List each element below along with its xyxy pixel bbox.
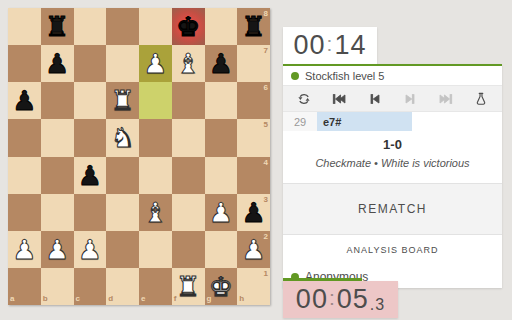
rematch-button[interactable]: REMATCH [283, 183, 502, 234]
clock-colon: : [328, 286, 337, 310]
previous-move-button[interactable] [364, 90, 386, 108]
piece-white-rook[interactable]: ♜ [172, 268, 205, 305]
chess-game-screen: ♜♚♜8♟♟♝♟7♟♜6♞5♟4♝♟♟3♟♟♟♟2abcde♜f♚gh1 00:… [0, 0, 512, 320]
analysis-board-button[interactable]: ANALYSIS BOARD [283, 234, 502, 265]
square-b7[interactable]: ♟ [41, 45, 74, 82]
opponent-clock-seconds: 14 [334, 30, 366, 61]
square-h1[interactable]: h1 [237, 268, 270, 305]
move-number: 29 [283, 112, 317, 131]
opponent-clock: 00:14 [283, 27, 377, 64]
file-label-g: g [207, 295, 212, 303]
clock-colon: : [326, 32, 335, 56]
result-block: 1-0 Checkmate • White is victorious [283, 137, 502, 183]
piece-white-pawn[interactable]: ♟ [205, 194, 238, 231]
square-f7[interactable]: ♝ [172, 45, 205, 82]
square-e3[interactable]: ♝ [139, 194, 172, 231]
square-h5[interactable]: 5 [237, 119, 270, 156]
square-b8[interactable]: ♜ [41, 8, 74, 45]
move-list: 29e7# [283, 112, 502, 131]
player-clock-seconds: 05 [337, 284, 369, 315]
player-clock: 00:05.3 [283, 281, 398, 318]
square-h4[interactable]: 4 [237, 157, 270, 194]
square-f2[interactable] [172, 231, 205, 268]
file-label-h: h [239, 295, 244, 303]
square-f8[interactable]: ♚ [172, 8, 205, 45]
square-g1[interactable]: ♚g [205, 268, 238, 305]
square-c5[interactable] [74, 119, 107, 156]
piece-white-pawn[interactable]: ♟ [41, 231, 74, 268]
square-g2[interactable] [205, 231, 238, 268]
square-a8[interactable] [8, 8, 41, 45]
square-h2[interactable]: ♟2 [237, 231, 270, 268]
piece-black-king[interactable]: ♚ [172, 8, 205, 45]
square-f6[interactable] [172, 82, 205, 119]
result-description: Checkmate • White is victorious [283, 157, 502, 169]
square-d2[interactable] [106, 231, 139, 268]
player-clock-minutes: 00 [296, 284, 328, 315]
file-label-c: c [76, 295, 80, 303]
square-e1[interactable]: e [139, 268, 172, 305]
square-e5[interactable] [139, 119, 172, 156]
file-label-d: d [108, 295, 113, 303]
player-clock-tenths: .3 [370, 296, 385, 314]
file-label-f: f [174, 295, 177, 303]
analysis-flask-button[interactable] [470, 90, 492, 108]
piece-white-rook[interactable]: ♜ [106, 82, 139, 119]
square-a6[interactable]: ♟ [8, 82, 41, 119]
square-h8[interactable]: ♜8 [237, 8, 270, 45]
square-c2[interactable]: ♟ [74, 231, 107, 268]
square-d3[interactable] [106, 194, 139, 231]
square-d1[interactable]: d [106, 268, 139, 305]
engine-row: Stockfish level 5 [283, 66, 502, 85]
square-h6[interactable]: 6 [237, 82, 270, 119]
square-c7[interactable] [74, 45, 107, 82]
rank-label-5: 5 [264, 121, 268, 129]
square-g8[interactable] [205, 8, 238, 45]
square-d4[interactable] [106, 157, 139, 194]
piece-white-knight[interactable]: ♞ [106, 119, 139, 156]
square-c6[interactable] [74, 82, 107, 119]
rank-label-3: 3 [264, 196, 268, 204]
move-black[interactable] [412, 112, 502, 131]
piece-white-bishop[interactable]: ♝ [139, 194, 172, 231]
online-indicator-icon [291, 72, 299, 80]
move-controls [283, 85, 502, 112]
square-b5[interactable] [41, 119, 74, 156]
last-move-button[interactable] [435, 90, 457, 108]
square-e6[interactable] [139, 82, 172, 119]
square-d8[interactable] [106, 8, 139, 45]
square-g3[interactable]: ♟ [205, 194, 238, 231]
rank-label-2: 2 [264, 233, 268, 241]
square-c8[interactable] [74, 8, 107, 45]
square-f1[interactable]: ♜f [172, 268, 205, 305]
square-d6[interactable]: ♜ [106, 82, 139, 119]
game-panel: Stockfish level 5 29e7# 1-0 Checkmate • … [283, 64, 502, 288]
square-b1[interactable]: b [41, 268, 74, 305]
square-f5[interactable] [172, 119, 205, 156]
square-g7[interactable]: ♟ [205, 45, 238, 82]
file-label-b: b [43, 295, 48, 303]
square-a5[interactable] [8, 119, 41, 156]
square-a2[interactable]: ♟ [8, 231, 41, 268]
rank-label-1: 1 [264, 270, 268, 278]
square-e7[interactable]: ♟ [139, 45, 172, 82]
square-c4[interactable]: ♟ [74, 157, 107, 194]
move-row: 29e7# [283, 112, 502, 131]
flip-board-button[interactable] [293, 90, 315, 108]
piece-black-pawn[interactable]: ♟ [74, 157, 107, 194]
square-a7[interactable] [8, 45, 41, 82]
square-c3[interactable] [74, 194, 107, 231]
file-label-a: a [10, 295, 14, 303]
piece-white-pawn[interactable]: ♟ [74, 231, 107, 268]
piece-black-pawn[interactable]: ♟ [8, 82, 41, 119]
chess-board: ♜♚♜8♟♟♝♟7♟♜6♞5♟4♝♟♟3♟♟♟♟2abcde♜f♚gh1 [8, 8, 270, 305]
engine-label: Stockfish level 5 [305, 70, 384, 82]
square-a3[interactable] [8, 194, 41, 231]
rank-label-7: 7 [264, 47, 268, 55]
piece-white-pawn[interactable]: ♟ [8, 231, 41, 268]
rank-label-8: 8 [264, 10, 268, 18]
opponent-clock-minutes: 00 [294, 30, 326, 61]
square-d5[interactable]: ♞ [106, 119, 139, 156]
square-c1[interactable]: c [74, 268, 107, 305]
move-white[interactable]: e7# [317, 112, 412, 131]
square-g4[interactable] [205, 157, 238, 194]
square-g6[interactable] [205, 82, 238, 119]
first-move-button[interactable] [328, 90, 350, 108]
piece-white-pawn[interactable]: ♟ [139, 45, 172, 82]
square-f4[interactable] [172, 157, 205, 194]
square-e4[interactable] [139, 157, 172, 194]
square-b2[interactable]: ♟ [41, 231, 74, 268]
result-score: 1-0 [283, 137, 502, 152]
square-b6[interactable] [41, 82, 74, 119]
square-d7[interactable] [106, 45, 139, 82]
square-g5[interactable] [205, 119, 238, 156]
file-label-e: e [141, 295, 145, 303]
piece-black-pawn[interactable]: ♟ [205, 45, 238, 82]
piece-black-rook[interactable]: ♜ [41, 8, 74, 45]
square-e2[interactable] [139, 231, 172, 268]
square-h7[interactable]: 7 [237, 45, 270, 82]
piece-white-bishop[interactable]: ♝ [172, 45, 205, 82]
next-move-button[interactable] [399, 90, 421, 108]
square-b3[interactable] [41, 194, 74, 231]
square-f3[interactable] [172, 194, 205, 231]
square-a1[interactable]: a [8, 268, 41, 305]
rank-label-4: 4 [264, 159, 268, 167]
square-a4[interactable] [8, 157, 41, 194]
square-h3[interactable]: ♟3 [237, 194, 270, 231]
square-e8[interactable] [139, 8, 172, 45]
rank-label-6: 6 [264, 84, 268, 92]
square-b4[interactable] [41, 157, 74, 194]
piece-black-pawn[interactable]: ♟ [41, 45, 74, 82]
